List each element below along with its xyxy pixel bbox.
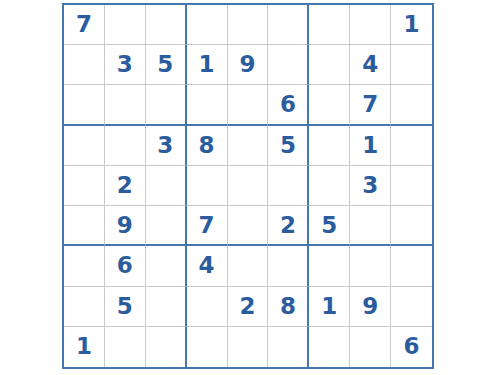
sudoku-cell-r7c6[interactable] [268, 246, 309, 286]
sudoku-cell-r7c3[interactable] [146, 246, 187, 286]
sudoku-cell-r4c4[interactable]: 8 [187, 126, 228, 166]
sudoku-cell-r9c6[interactable] [268, 327, 309, 367]
sudoku-cell-r7c2[interactable]: 6 [105, 246, 146, 286]
sudoku-cell-r5c9[interactable] [391, 166, 432, 206]
sudoku-cell-r9c3[interactable] [146, 327, 187, 367]
sudoku-cell-r8c5[interactable]: 2 [228, 287, 269, 327]
sudoku-cell-r7c1[interactable] [64, 246, 105, 286]
sudoku-cell-r5c4[interactable] [187, 166, 228, 206]
sudoku-cell-r1c9[interactable]: 1 [391, 5, 432, 45]
sudoku-cell-r1c6[interactable] [268, 5, 309, 45]
sudoku-cell-r1c2[interactable] [105, 5, 146, 45]
sudoku-cell-r3c4[interactable] [187, 85, 228, 125]
sudoku-cell-r2c8[interactable]: 4 [350, 45, 391, 85]
sudoku-cell-r2c2[interactable]: 3 [105, 45, 146, 85]
sudoku-cell-r5c1[interactable] [64, 166, 105, 206]
sudoku-cell-r6c5[interactable] [228, 206, 269, 246]
sudoku-cell-r4c9[interactable] [391, 126, 432, 166]
sudoku-cell-r7c9[interactable] [391, 246, 432, 286]
sudoku-cell-r3c3[interactable] [146, 85, 187, 125]
sudoku-cell-r1c3[interactable] [146, 5, 187, 45]
sudoku-cell-r7c4[interactable]: 4 [187, 246, 228, 286]
sudoku-cell-r5c6[interactable] [268, 166, 309, 206]
sudoku-cell-r3c1[interactable] [64, 85, 105, 125]
sudoku-cell-r5c3[interactable] [146, 166, 187, 206]
sudoku-cell-r6c3[interactable] [146, 206, 187, 246]
sudoku-cell-r5c7[interactable] [309, 166, 350, 206]
sudoku-cell-r6c6[interactable]: 2 [268, 206, 309, 246]
sudoku-cell-r4c6[interactable]: 5 [268, 126, 309, 166]
sudoku-cell-r3c6[interactable]: 6 [268, 85, 309, 125]
sudoku-cell-r5c2[interactable]: 2 [105, 166, 146, 206]
sudoku-cell-r4c3[interactable]: 3 [146, 126, 187, 166]
sudoku-cell-r1c8[interactable] [350, 5, 391, 45]
sudoku-cell-r3c2[interactable] [105, 85, 146, 125]
sudoku-cell-r6c4[interactable]: 7 [187, 206, 228, 246]
sudoku-board: 7135194673851239725645281916 [62, 3, 434, 369]
sudoku-cell-r8c4[interactable] [187, 287, 228, 327]
sudoku-cell-r4c8[interactable]: 1 [350, 126, 391, 166]
sudoku-cell-r8c9[interactable] [391, 287, 432, 327]
sudoku-cell-r8c3[interactable] [146, 287, 187, 327]
sudoku-cell-r6c9[interactable] [391, 206, 432, 246]
sudoku-cell-r7c5[interactable] [228, 246, 269, 286]
sudoku-cell-r9c5[interactable] [228, 327, 269, 367]
sudoku-cell-r4c1[interactable] [64, 126, 105, 166]
sudoku-cell-r2c9[interactable] [391, 45, 432, 85]
sudoku-cell-r1c1[interactable]: 7 [64, 5, 105, 45]
sudoku-cell-r9c2[interactable] [105, 327, 146, 367]
sudoku-cell-r3c9[interactable] [391, 85, 432, 125]
sudoku-cell-r9c1[interactable]: 1 [64, 327, 105, 367]
sudoku-cell-r3c7[interactable] [309, 85, 350, 125]
sudoku-cell-r1c4[interactable] [187, 5, 228, 45]
sudoku-cell-r4c2[interactable] [105, 126, 146, 166]
sudoku-cell-r4c7[interactable] [309, 126, 350, 166]
sudoku-cell-r3c5[interactable] [228, 85, 269, 125]
sudoku-cell-r2c5[interactable]: 9 [228, 45, 269, 85]
sudoku-cell-r8c6[interactable]: 8 [268, 287, 309, 327]
sudoku-cell-r5c5[interactable] [228, 166, 269, 206]
sudoku-cell-r4c5[interactable] [228, 126, 269, 166]
sudoku-cell-r6c2[interactable]: 9 [105, 206, 146, 246]
sudoku-cell-r9c8[interactable] [350, 327, 391, 367]
sudoku-cell-r1c5[interactable] [228, 5, 269, 45]
sudoku-cell-r8c2[interactable]: 5 [105, 287, 146, 327]
sudoku-cell-r8c1[interactable] [64, 287, 105, 327]
sudoku-cell-r6c1[interactable] [64, 206, 105, 246]
sudoku-cell-r2c7[interactable] [309, 45, 350, 85]
page: 7135194673851239725645281916 [0, 0, 500, 375]
sudoku-cell-r9c7[interactable] [309, 327, 350, 367]
sudoku-cell-r3c8[interactable]: 7 [350, 85, 391, 125]
sudoku-cell-r2c6[interactable] [268, 45, 309, 85]
sudoku-cell-r1c7[interactable] [309, 5, 350, 45]
sudoku-cell-r2c4[interactable]: 1 [187, 45, 228, 85]
sudoku-cell-r5c8[interactable]: 3 [350, 166, 391, 206]
sudoku-cell-r8c7[interactable]: 1 [309, 287, 350, 327]
sudoku-cell-r7c7[interactable] [309, 246, 350, 286]
sudoku-cell-r6c7[interactable]: 5 [309, 206, 350, 246]
sudoku-cell-r9c9[interactable]: 6 [391, 327, 432, 367]
sudoku-cell-r9c4[interactable] [187, 327, 228, 367]
sudoku-cell-r2c1[interactable] [64, 45, 105, 85]
sudoku-cell-r8c8[interactable]: 9 [350, 287, 391, 327]
sudoku-cell-r2c3[interactable]: 5 [146, 45, 187, 85]
sudoku-cell-r7c8[interactable] [350, 246, 391, 286]
sudoku-cell-r6c8[interactable] [350, 206, 391, 246]
